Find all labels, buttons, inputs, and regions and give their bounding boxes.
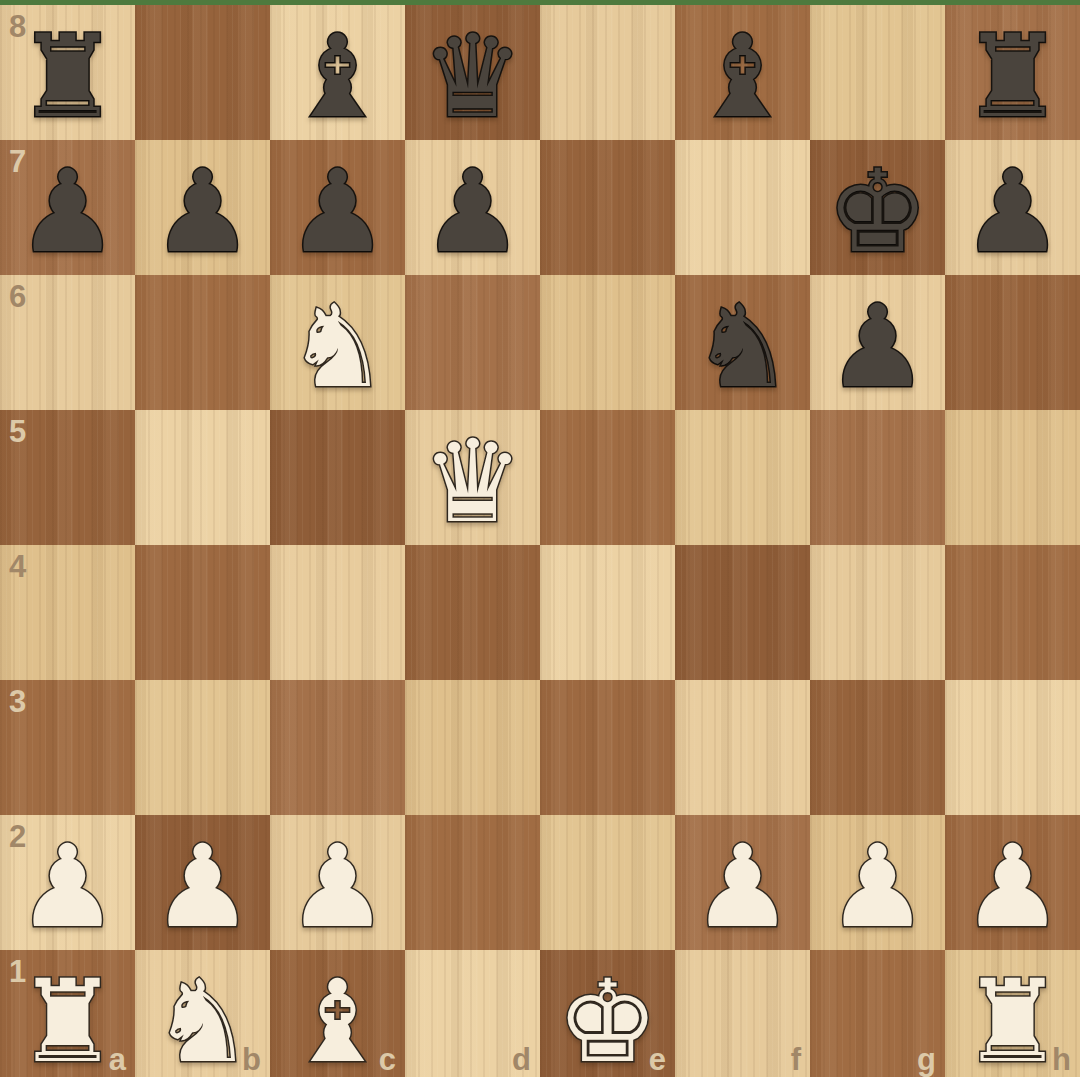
square-b5[interactable] [135,410,270,545]
black-bishop-piece[interactable]: ♝ [691,17,793,140]
white-bishop-piece[interactable]: ♝ [286,962,388,1077]
square-c7[interactable]: ♟ [270,140,405,275]
square-c3[interactable] [270,680,405,815]
square-d6[interactable] [405,275,540,410]
square-c4[interactable] [270,545,405,680]
file-label-g: g [917,1044,936,1075]
square-b4[interactable] [135,545,270,680]
square-g4[interactable] [810,545,945,680]
file-label-c: c [379,1044,396,1075]
square-a8[interactable]: 8♜ [0,5,135,140]
white-queen-piece[interactable]: ♛ [421,422,523,545]
square-b7[interactable]: ♟ [135,140,270,275]
file-label-d: d [512,1044,531,1075]
square-b3[interactable] [135,680,270,815]
black-pawn-piece[interactable]: ♟ [16,152,118,275]
square-e1[interactable]: e♚ [540,950,675,1077]
square-f4[interactable] [675,545,810,680]
black-king-piece[interactable]: ♚ [826,152,928,275]
square-c1[interactable]: c♝ [270,950,405,1077]
white-rook-piece[interactable]: ♜ [961,962,1063,1077]
file-label-e: e [649,1044,666,1075]
black-rook-piece[interactable]: ♜ [961,17,1063,140]
black-pawn-piece[interactable]: ♟ [826,287,928,410]
square-h5[interactable] [945,410,1080,545]
square-e8[interactable] [540,5,675,140]
square-f6[interactable]: ♞ [675,275,810,410]
square-b2[interactable]: ♟ [135,815,270,950]
square-d4[interactable] [405,545,540,680]
black-pawn-piece[interactable]: ♟ [286,152,388,275]
square-f5[interactable] [675,410,810,545]
square-f8[interactable]: ♝ [675,5,810,140]
square-c2[interactable]: ♟ [270,815,405,950]
square-d5[interactable]: ♛ [405,410,540,545]
square-d7[interactable]: ♟ [405,140,540,275]
white-knight-piece[interactable]: ♞ [151,962,253,1077]
white-rook-piece[interactable]: ♜ [16,962,118,1077]
square-b1[interactable]: b♞ [135,950,270,1077]
file-label-f: f [791,1044,801,1075]
square-a7[interactable]: 7♟ [0,140,135,275]
square-b6[interactable] [135,275,270,410]
square-g2[interactable]: ♟ [810,815,945,950]
square-a2[interactable]: 2♟ [0,815,135,950]
black-rook-piece[interactable]: ♜ [16,17,118,140]
square-h1[interactable]: h♜ [945,950,1080,1077]
square-g1[interactable]: g [810,950,945,1077]
square-c6[interactable]: ♞ [270,275,405,410]
white-pawn-piece[interactable]: ♟ [151,827,253,950]
rank-label-8: 8 [9,11,26,42]
rank-label-6: 6 [9,281,26,312]
square-h4[interactable] [945,545,1080,680]
square-g7[interactable]: ♚ [810,140,945,275]
square-h6[interactable] [945,275,1080,410]
chess-app-screen: 8♜♝♛♝♜7♟♟♟♟♚♟6♞♞♟5♛432♟♟♟♟♟♟1a♜b♞c♝de♚fg… [0,0,1080,1077]
rank-label-4: 4 [9,551,26,582]
rank-label-5: 5 [9,416,26,447]
square-e4[interactable] [540,545,675,680]
white-pawn-piece[interactable]: ♟ [691,827,793,950]
square-g8[interactable] [810,5,945,140]
square-h8[interactable]: ♜ [945,5,1080,140]
square-g5[interactable] [810,410,945,545]
square-d3[interactable] [405,680,540,815]
file-label-b: b [242,1044,261,1075]
square-d8[interactable]: ♛ [405,5,540,140]
square-a3[interactable]: 3 [0,680,135,815]
square-h7[interactable]: ♟ [945,140,1080,275]
square-c5[interactable] [270,410,405,545]
black-queen-piece[interactable]: ♛ [421,17,523,140]
white-knight-piece[interactable]: ♞ [286,287,388,410]
white-king-piece[interactable]: ♚ [556,962,658,1077]
square-e7[interactable] [540,140,675,275]
square-f7[interactable] [675,140,810,275]
black-pawn-piece[interactable]: ♟ [151,152,253,275]
square-f2[interactable]: ♟ [675,815,810,950]
white-pawn-piece[interactable]: ♟ [286,827,388,950]
square-a1[interactable]: 1a♜ [0,950,135,1077]
black-pawn-piece[interactable]: ♟ [961,152,1063,275]
square-c8[interactable]: ♝ [270,5,405,140]
square-d1[interactable]: d [405,950,540,1077]
square-a4[interactable]: 4 [0,545,135,680]
black-bishop-piece[interactable]: ♝ [286,17,388,140]
file-label-a: a [109,1044,126,1075]
square-e2[interactable] [540,815,675,950]
black-knight-piece[interactable]: ♞ [691,287,793,410]
white-pawn-piece[interactable]: ♟ [826,827,928,950]
rank-label-7: 7 [9,146,26,177]
file-label-h: h [1052,1044,1071,1075]
square-f1[interactable]: f [675,950,810,1077]
rank-label-3: 3 [9,686,26,717]
square-e6[interactable] [540,275,675,410]
square-b8[interactable] [135,5,270,140]
square-d2[interactable] [405,815,540,950]
square-a6[interactable]: 6 [0,275,135,410]
square-a5[interactable]: 5 [0,410,135,545]
white-pawn-piece[interactable]: ♟ [961,827,1063,950]
square-h3[interactable] [945,680,1080,815]
rank-label-1: 1 [9,956,26,987]
square-e3[interactable] [540,680,675,815]
black-pawn-piece[interactable]: ♟ [421,152,523,275]
rank-label-2: 2 [9,821,26,852]
square-h2[interactable]: ♟ [945,815,1080,950]
square-e5[interactable] [540,410,675,545]
square-f3[interactable] [675,680,810,815]
square-g6[interactable]: ♟ [810,275,945,410]
square-g3[interactable] [810,680,945,815]
chess-board: 8♜♝♛♝♜7♟♟♟♟♚♟6♞♞♟5♛432♟♟♟♟♟♟1a♜b♞c♝de♚fg… [0,5,1080,1077]
white-pawn-piece[interactable]: ♟ [16,827,118,950]
